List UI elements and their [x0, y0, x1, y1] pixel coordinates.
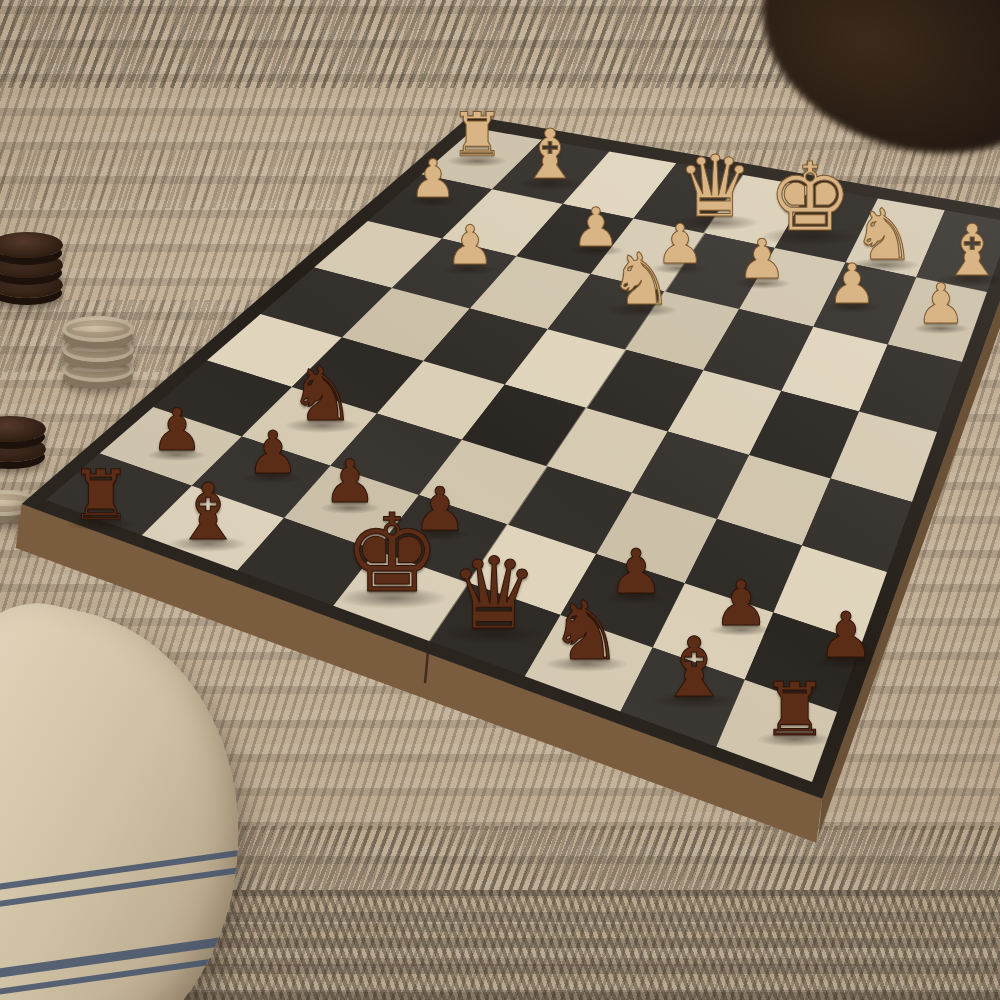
piece-black-king-e8[interactable]: ♚	[343, 503, 440, 606]
piece-black-queen-d8[interactable]: ♛	[450, 547, 539, 641]
piece-white-pawn-a2[interactable]: ♟	[916, 278, 966, 331]
scene-photo: ♜♝♟♛♚♟♞♟♟♝♟♟♞♟♞♟♟♟♜♟♝♟♚♟♛♟♞♝♜	[0, 0, 1000, 1000]
piece-white-knight-e3[interactable]: ♞	[609, 246, 673, 314]
piece-black-bishop-g8[interactable]: ♝	[173, 475, 243, 549]
piece-white-pawn-h2[interactable]: ♟	[409, 154, 456, 204]
piece-white-pawn-c2[interactable]: ♟	[827, 258, 876, 310]
piece-black-rook-h8[interactable]: ♜	[70, 463, 132, 528]
piece-white-bishop-g1[interactable]: ♝	[519, 123, 580, 188]
piece-black-pawn-a7[interactable]: ♟	[818, 606, 874, 666]
piece-white-pawn-g2[interactable]: ♟	[446, 220, 495, 272]
piece-black-pawn-h7[interactable]: ♟	[151, 403, 203, 458]
piece-white-pawn-d2[interactable]: ♟	[738, 234, 787, 286]
piece-black-rook-a8[interactable]: ♜	[762, 674, 828, 744]
piece-black-pawn-g7[interactable]: ♟	[247, 425, 300, 481]
piece-white-rook-h1[interactable]: ♜	[450, 107, 504, 164]
piece-black-knight-c8[interactable]: ♞	[549, 592, 622, 670]
piece-black-bishop-b8[interactable]: ♝	[657, 628, 731, 706]
